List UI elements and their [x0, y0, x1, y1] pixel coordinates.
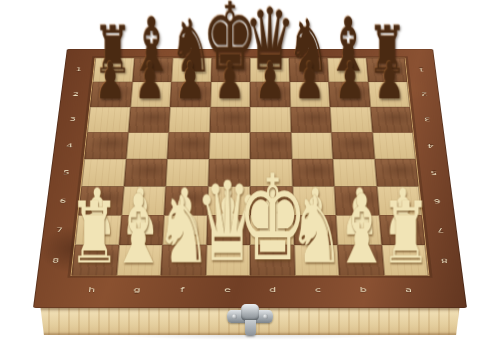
rank-label-right-1: 1 — [418, 67, 425, 73]
rank-label-left-7: 7 — [56, 227, 64, 234]
file-label-h: h — [88, 286, 96, 294]
board-grid: ♜♝♞♚♛♞♝♜♟♟♟♟♟♟♟♟♟♟♟♟♟♟♟♟♜♝♞♛♚♞♝♜ — [71, 58, 430, 276]
square-b2: ♟ — [329, 82, 370, 107]
board-border: ♜♝♞♚♛♞♝♜♟♟♟♟♟♟♟♟♟♟♟♟♟♟♟♟♜♝♞♛♚♞♝♜ 1234567… — [33, 49, 467, 308]
square-f4 — [167, 132, 209, 159]
rank-label-left-3: 3 — [69, 116, 76, 122]
file-label-a: a — [405, 286, 412, 294]
file-label-e: e — [224, 286, 231, 294]
piece-brown-pawn: ♟ — [215, 57, 246, 106]
clasp-screw-right — [263, 314, 268, 319]
square-a2: ♟ — [368, 82, 410, 107]
square-a4 — [372, 132, 416, 159]
rank-label-right-3: 3 — [424, 116, 431, 122]
piece-cream-king: ♚ — [237, 162, 308, 275]
piece-brown-pawn: ♟ — [255, 57, 286, 106]
rank-label-left-5: 5 — [63, 169, 70, 176]
square-e2: ♟ — [210, 82, 250, 107]
square-c3 — [290, 107, 331, 133]
clasp-hinge — [241, 304, 259, 321]
square-b4 — [331, 132, 374, 159]
square-b3 — [330, 107, 372, 133]
square-g8: ♝ — [116, 245, 162, 276]
piece-brown-pawn: ♟ — [135, 57, 166, 106]
rank-label-right-2: 2 — [421, 91, 428, 97]
square-d8: ♚ — [250, 245, 295, 276]
piece-brown-pawn: ♟ — [95, 57, 126, 106]
chess-board: ♜♝♞♚♛♞♝♜♟♟♟♟♟♟♟♟♟♟♟♟♟♟♟♟♜♝♞♛♚♞♝♜ 1234567… — [33, 49, 467, 308]
piece-brown-pawn: ♟ — [295, 57, 326, 106]
piece-brown-pawn: ♟ — [375, 57, 406, 106]
square-h3 — [87, 107, 130, 133]
rank-label-left-8: 8 — [52, 257, 60, 264]
piece-cream-bishop: ♝ — [333, 184, 390, 274]
rank-label-right-4: 4 — [427, 142, 434, 148]
piece-brown-pawn: ♟ — [175, 57, 206, 106]
file-label-c: c — [315, 286, 321, 294]
square-h4 — [84, 132, 128, 159]
file-label-f: f — [180, 286, 184, 294]
rank-label-left-1: 1 — [75, 67, 82, 73]
file-label-d: d — [269, 286, 276, 294]
square-g3 — [128, 107, 170, 133]
clasp — [224, 304, 276, 340]
file-label-b: b — [359, 286, 366, 294]
rank-label-left-2: 2 — [72, 91, 79, 97]
clasp-screw-left — [232, 314, 237, 319]
square-h2: ♟ — [90, 82, 132, 107]
photo-background: ♜♝♞♚♛♞♝♜♟♟♟♟♟♟♟♟♟♟♟♟♟♟♟♟♜♝♞♛♚♞♝♜ 1234567… — [0, 0, 500, 357]
piece-cream-bishop: ♝ — [110, 184, 167, 274]
rank-label-right-5: 5 — [430, 169, 437, 176]
rank-label-right-7: 7 — [437, 227, 445, 234]
clasp-latch — [245, 320, 256, 336]
square-g2: ♟ — [130, 82, 171, 107]
square-e3 — [209, 107, 250, 133]
square-f3 — [169, 107, 210, 133]
square-b8: ♝ — [338, 245, 384, 276]
square-a3 — [370, 107, 413, 133]
file-label-g: g — [133, 286, 140, 294]
rank-label-left-6: 6 — [59, 197, 66, 204]
square-d3 — [250, 107, 291, 133]
square-g4 — [126, 132, 169, 159]
rank-label-right-6: 6 — [433, 197, 440, 204]
square-c2: ♟ — [289, 82, 330, 107]
rank-label-right-8: 8 — [440, 257, 448, 264]
square-d2: ♟ — [250, 82, 290, 107]
rank-label-left-4: 4 — [66, 142, 73, 148]
piece-brown-pawn: ♟ — [335, 57, 366, 106]
square-f2: ♟ — [170, 82, 211, 107]
